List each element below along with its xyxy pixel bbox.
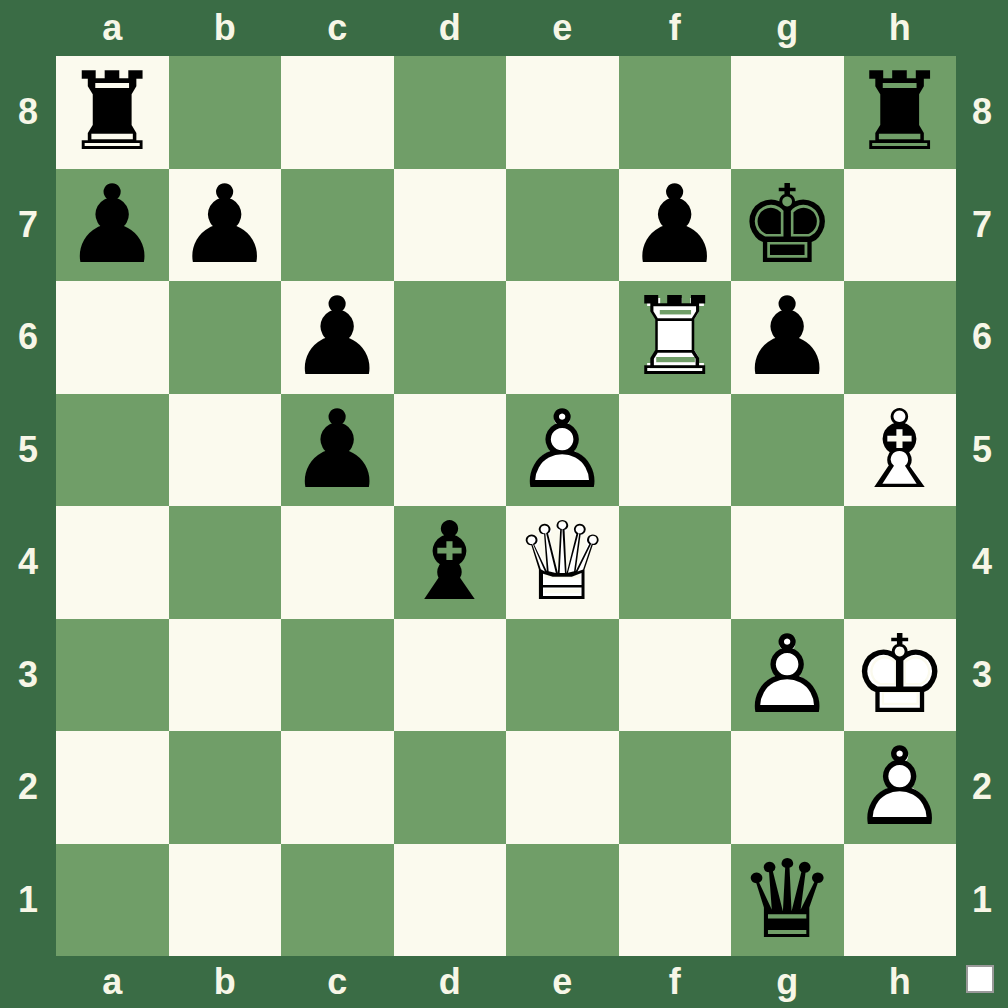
- black-pawn-g6: ♟: [731, 281, 844, 394]
- file-label-e-bottom: e: [506, 956, 619, 1008]
- rank-label-4-left: 4: [0, 506, 56, 619]
- rank-label-5-right: 5: [956, 394, 1008, 507]
- rank-label-8-left: 8: [0, 56, 56, 169]
- file-label-c-bottom: c: [281, 956, 394, 1008]
- file-label-e-top: e: [506, 0, 619, 56]
- rank-label-6-left: 6: [0, 281, 56, 394]
- square-g5[interactable]: [731, 394, 844, 507]
- square-h5[interactable]: ♝♗: [844, 394, 957, 507]
- rank-labels-right: 87654321: [956, 56, 1008, 956]
- piece-solid-glyph: ♟: [731, 281, 844, 394]
- rank-label-5-left: 5: [0, 394, 56, 507]
- piece-solid-glyph: ♟: [281, 394, 394, 507]
- square-c5[interactable]: ♟: [281, 394, 394, 507]
- square-d7[interactable]: [394, 169, 507, 282]
- square-d4[interactable]: ♝: [394, 506, 507, 619]
- piece-outline-glyph: ♗: [844, 394, 957, 507]
- file-label-g-top: g: [731, 0, 844, 56]
- black-pawn-c6: ♟: [281, 281, 394, 394]
- square-e6[interactable]: [506, 281, 619, 394]
- square-g1[interactable]: ♛: [731, 844, 844, 957]
- piece-solid-glyph: ♟: [169, 169, 282, 282]
- square-b8[interactable]: [169, 56, 282, 169]
- square-h1[interactable]: [844, 844, 957, 957]
- square-b7[interactable]: ♟: [169, 169, 282, 282]
- piece-solid-glyph: ♟: [281, 281, 394, 394]
- chess-board: ♜♜♟♟♟♚♟♜♖♟♟♟♙♝♗♝♛♕♟♙♚♔♟♙♛: [56, 56, 956, 956]
- square-f8[interactable]: [619, 56, 732, 169]
- black-king-g7: ♚: [731, 169, 844, 282]
- square-a4[interactable]: [56, 506, 169, 619]
- square-d8[interactable]: [394, 56, 507, 169]
- rank-label-2-left: 2: [0, 731, 56, 844]
- square-a7[interactable]: ♟: [56, 169, 169, 282]
- piece-solid-glyph: ♛: [731, 844, 844, 957]
- square-f3[interactable]: [619, 619, 732, 732]
- square-b6[interactable]: [169, 281, 282, 394]
- file-label-a-bottom: a: [56, 956, 169, 1008]
- square-f4[interactable]: [619, 506, 732, 619]
- square-c6[interactable]: ♟: [281, 281, 394, 394]
- square-f5[interactable]: [619, 394, 732, 507]
- square-b5[interactable]: [169, 394, 282, 507]
- square-f1[interactable]: [619, 844, 732, 957]
- square-d1[interactable]: [394, 844, 507, 957]
- square-e4[interactable]: ♛♕: [506, 506, 619, 619]
- square-h2[interactable]: ♟♙: [844, 731, 957, 844]
- rank-label-3-left: 3: [0, 619, 56, 732]
- black-queen-g1: ♛: [731, 844, 844, 957]
- square-b4[interactable]: [169, 506, 282, 619]
- black-rook-h8: ♜: [844, 56, 957, 169]
- square-c4[interactable]: [281, 506, 394, 619]
- square-c8[interactable]: [281, 56, 394, 169]
- square-d6[interactable]: [394, 281, 507, 394]
- black-pawn-f7: ♟: [619, 169, 732, 282]
- square-h8[interactable]: ♜: [844, 56, 957, 169]
- white-rook-f6: ♜♖: [619, 281, 732, 394]
- file-label-g-bottom: g: [731, 956, 844, 1008]
- square-a8[interactable]: ♜: [56, 56, 169, 169]
- square-e2[interactable]: [506, 731, 619, 844]
- square-c7[interactable]: [281, 169, 394, 282]
- piece-solid-glyph: ♟: [619, 169, 732, 282]
- square-g2[interactable]: [731, 731, 844, 844]
- square-a1[interactable]: [56, 844, 169, 957]
- rank-label-1-right: 1: [956, 844, 1008, 957]
- square-b2[interactable]: [169, 731, 282, 844]
- piece-outline-glyph: ♙: [506, 394, 619, 507]
- piece-solid-glyph: ♝: [394, 506, 507, 619]
- file-label-a-top: a: [56, 0, 169, 56]
- square-a5[interactable]: [56, 394, 169, 507]
- black-pawn-b7: ♟: [169, 169, 282, 282]
- square-c1[interactable]: [281, 844, 394, 957]
- piece-solid-glyph: ♚: [731, 169, 844, 282]
- rank-label-8-right: 8: [956, 56, 1008, 169]
- square-d5[interactable]: [394, 394, 507, 507]
- white-pawn-g3: ♟♙: [731, 619, 844, 732]
- square-h6[interactable]: [844, 281, 957, 394]
- piece-outline-glyph: ♖: [619, 281, 732, 394]
- rank-label-1-left: 1: [0, 844, 56, 957]
- file-label-h-bottom: h: [844, 956, 957, 1008]
- file-label-c-top: c: [281, 0, 394, 56]
- piece-solid-glyph: ♟: [56, 169, 169, 282]
- rank-label-3-right: 3: [956, 619, 1008, 732]
- rank-label-7-left: 7: [0, 169, 56, 282]
- square-d2[interactable]: [394, 731, 507, 844]
- square-f7[interactable]: ♟: [619, 169, 732, 282]
- file-label-d-bottom: d: [394, 956, 507, 1008]
- square-h7[interactable]: [844, 169, 957, 282]
- square-f2[interactable]: [619, 731, 732, 844]
- file-label-b-bottom: b: [169, 956, 282, 1008]
- chess-diagram: abcdefgh 87654321 87654321 abcdefgh ♜♜♟♟…: [0, 0, 1008, 1008]
- file-label-d-top: d: [394, 0, 507, 56]
- white-bishop-h5: ♝♗: [844, 394, 957, 507]
- square-g8[interactable]: [731, 56, 844, 169]
- square-g7[interactable]: ♚: [731, 169, 844, 282]
- square-g6[interactable]: ♟: [731, 281, 844, 394]
- black-rook-a8: ♜: [56, 56, 169, 169]
- rank-label-4-right: 4: [956, 506, 1008, 619]
- square-a2[interactable]: [56, 731, 169, 844]
- square-e7[interactable]: [506, 169, 619, 282]
- watermark-square: [966, 965, 994, 993]
- piece-outline-glyph: ♙: [844, 731, 957, 844]
- square-b1[interactable]: [169, 844, 282, 957]
- rank-labels-left: 87654321: [0, 56, 56, 956]
- square-d3[interactable]: [394, 619, 507, 732]
- square-h4[interactable]: [844, 506, 957, 619]
- square-e1[interactable]: [506, 844, 619, 957]
- white-pawn-h2: ♟♙: [844, 731, 957, 844]
- square-f6[interactable]: ♜♖: [619, 281, 732, 394]
- piece-outline-glyph: ♔: [844, 619, 957, 732]
- file-label-f-top: f: [619, 0, 732, 56]
- white-pawn-e5: ♟♙: [506, 394, 619, 507]
- piece-solid-glyph: ♜: [56, 56, 169, 169]
- square-g3[interactable]: ♟♙: [731, 619, 844, 732]
- black-bishop-d4: ♝: [394, 506, 507, 619]
- square-h3[interactable]: ♚♔: [844, 619, 957, 732]
- square-e3[interactable]: [506, 619, 619, 732]
- file-labels-bottom: abcdefgh: [56, 956, 956, 1008]
- square-c2[interactable]: [281, 731, 394, 844]
- piece-outline-glyph: ♕: [506, 506, 619, 619]
- square-e5[interactable]: ♟♙: [506, 394, 619, 507]
- white-queen-e4: ♛♕: [506, 506, 619, 619]
- square-e8[interactable]: [506, 56, 619, 169]
- square-a3[interactable]: [56, 619, 169, 732]
- file-labels-top: abcdefgh: [56, 0, 956, 56]
- piece-solid-glyph: ♜: [844, 56, 957, 169]
- square-c3[interactable]: [281, 619, 394, 732]
- square-b3[interactable]: [169, 619, 282, 732]
- file-label-f-bottom: f: [619, 956, 732, 1008]
- file-label-h-top: h: [844, 0, 957, 56]
- rank-label-2-right: 2: [956, 731, 1008, 844]
- rank-label-7-right: 7: [956, 169, 1008, 282]
- piece-outline-glyph: ♙: [731, 619, 844, 732]
- file-label-b-top: b: [169, 0, 282, 56]
- black-pawn-a7: ♟: [56, 169, 169, 282]
- rank-label-6-right: 6: [956, 281, 1008, 394]
- black-pawn-c5: ♟: [281, 394, 394, 507]
- square-a6[interactable]: [56, 281, 169, 394]
- square-g4[interactable]: [731, 506, 844, 619]
- white-king-h3: ♚♔: [844, 619, 957, 732]
